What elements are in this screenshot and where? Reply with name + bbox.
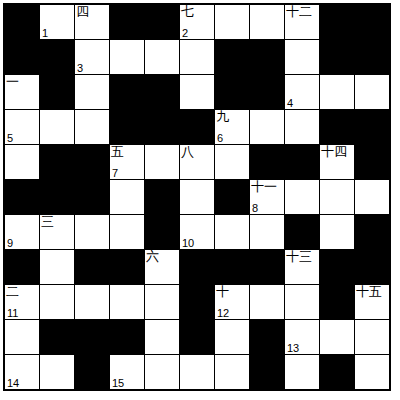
white-cell[interactable]: 15 (110, 355, 144, 389)
across-clue-number: 12 (217, 307, 229, 319)
black-cell (40, 40, 74, 74)
white-cell[interactable] (75, 110, 109, 144)
white-cell[interactable] (110, 285, 144, 319)
black-cell (145, 110, 179, 144)
black-cell (145, 215, 179, 249)
black-cell (145, 5, 179, 39)
white-cell[interactable] (285, 180, 319, 214)
white-cell[interactable] (110, 40, 144, 74)
white-cell[interactable] (215, 5, 249, 39)
down-clue-number: 十一 (251, 180, 277, 194)
across-clue-number: 10 (182, 237, 194, 249)
white-cell[interactable] (145, 40, 179, 74)
white-cell[interactable] (145, 320, 179, 354)
white-cell[interactable]: 六 (145, 250, 179, 284)
black-cell (110, 110, 144, 144)
white-cell[interactable] (40, 250, 74, 284)
black-cell (110, 75, 144, 109)
white-cell[interactable] (180, 180, 214, 214)
crossword-grid: 1四七2十二3一45九6五7八十四十一89三10六十三二11十12十五13141… (3, 3, 391, 391)
black-cell (110, 5, 144, 39)
black-cell (180, 110, 214, 144)
white-cell[interactable] (320, 215, 354, 249)
white-cell[interactable] (110, 215, 144, 249)
black-cell (75, 320, 109, 354)
black-cell (250, 40, 284, 74)
down-clue-number: 三 (41, 215, 54, 229)
black-cell (355, 40, 389, 74)
white-cell[interactable]: 十12 (215, 285, 249, 319)
down-clue-number: 六 (146, 250, 159, 264)
white-cell[interactable]: 14 (5, 355, 39, 389)
white-cell[interactable] (110, 180, 144, 214)
black-cell (250, 320, 284, 354)
white-cell[interactable] (5, 320, 39, 354)
white-cell[interactable] (320, 75, 354, 109)
black-cell (320, 40, 354, 74)
black-cell (40, 180, 74, 214)
black-cell (180, 320, 214, 354)
black-cell (40, 320, 74, 354)
white-cell[interactable] (250, 5, 284, 39)
down-clue-number: 九 (216, 110, 229, 124)
white-cell[interactable] (250, 110, 284, 144)
black-cell (320, 355, 354, 389)
white-cell[interactable] (75, 215, 109, 249)
white-cell[interactable] (250, 215, 284, 249)
down-clue-number: 十三 (286, 250, 312, 264)
black-cell (320, 5, 354, 39)
black-cell (285, 215, 319, 249)
across-clue-number: 9 (7, 237, 13, 249)
white-cell[interactable] (215, 145, 249, 179)
white-cell[interactable]: 十一8 (250, 180, 284, 214)
across-clue-number: 5 (7, 132, 13, 144)
across-clue-number: 15 (112, 377, 124, 389)
white-cell[interactable] (40, 285, 74, 319)
down-clue-number: 十 (216, 285, 229, 299)
white-cell[interactable]: 七2 (180, 5, 214, 39)
white-cell[interactable] (180, 75, 214, 109)
white-cell[interactable] (285, 355, 319, 389)
white-cell[interactable] (215, 215, 249, 249)
white-cell[interactable]: 9 (5, 215, 39, 249)
white-cell[interactable]: 3 (75, 40, 109, 74)
down-clue-number: 十四 (321, 145, 347, 159)
white-cell[interactable] (285, 285, 319, 319)
white-cell[interactable] (355, 180, 389, 214)
white-cell[interactable] (285, 110, 319, 144)
white-cell[interactable]: 二11 (5, 285, 39, 319)
white-cell[interactable] (75, 285, 109, 319)
across-clue-number: 13 (287, 342, 299, 354)
white-cell[interactable]: 1 (40, 5, 74, 39)
black-cell (75, 180, 109, 214)
black-cell (250, 145, 284, 179)
white-cell[interactable] (40, 110, 74, 144)
black-cell (180, 285, 214, 319)
black-cell (110, 250, 144, 284)
white-cell[interactable]: 八 (180, 145, 214, 179)
white-cell[interactable] (75, 75, 109, 109)
white-cell[interactable] (320, 180, 354, 214)
across-clue-number: 1 (42, 27, 48, 39)
white-cell[interactable] (320, 320, 354, 354)
white-cell[interactable] (145, 355, 179, 389)
black-cell (320, 250, 354, 284)
white-cell[interactable] (215, 320, 249, 354)
white-cell[interactable]: 九6 (215, 110, 249, 144)
down-clue-number: 一 (6, 75, 19, 89)
white-cell[interactable]: 三 (40, 215, 74, 249)
black-cell (215, 250, 249, 284)
white-cell[interactable] (355, 355, 389, 389)
black-cell (5, 180, 39, 214)
down-clue-number: 四 (76, 5, 89, 19)
white-cell[interactable] (5, 145, 39, 179)
black-cell (145, 180, 179, 214)
down-clue-number: 五 (111, 145, 124, 159)
white-cell[interactable] (40, 355, 74, 389)
down-clue-number: 十五 (356, 285, 382, 299)
across-clue-number: 14 (7, 377, 19, 389)
black-cell (250, 355, 284, 389)
black-cell (215, 75, 249, 109)
black-cell (355, 215, 389, 249)
across-clue-number: 8 (252, 202, 258, 214)
black-cell (75, 145, 109, 179)
black-cell (285, 145, 319, 179)
black-cell (320, 285, 354, 319)
white-cell[interactable] (355, 320, 389, 354)
black-cell (355, 145, 389, 179)
crossword-page: 1四七2十二3一45九6五7八十四十一89三10六十三二11十12十五13141… (0, 0, 400, 400)
white-cell[interactable]: 13 (285, 320, 319, 354)
white-cell[interactable] (285, 40, 319, 74)
black-cell (75, 250, 109, 284)
black-cell (5, 5, 39, 39)
white-cell[interactable]: 4 (285, 75, 319, 109)
black-cell (145, 75, 179, 109)
across-clue-number: 4 (287, 97, 293, 109)
across-clue-number: 11 (7, 307, 18, 319)
black-cell (40, 75, 74, 109)
white-cell[interactable] (145, 285, 179, 319)
black-cell (110, 320, 144, 354)
black-cell (5, 250, 39, 284)
across-clue-number: 2 (182, 27, 188, 39)
black-cell (215, 40, 249, 74)
down-clue-number: 八 (181, 145, 194, 159)
across-clue-number: 6 (217, 132, 223, 144)
white-cell[interactable]: 五7 (110, 145, 144, 179)
black-cell (355, 250, 389, 284)
black-cell (250, 250, 284, 284)
white-cell[interactable] (145, 145, 179, 179)
white-cell[interactable]: 10 (180, 215, 214, 249)
black-cell (180, 250, 214, 284)
down-clue-number: 十二 (286, 5, 312, 19)
white-cell[interactable]: 四 (75, 5, 109, 39)
white-cell[interactable] (180, 40, 214, 74)
black-cell (355, 110, 389, 144)
across-clue-number: 3 (77, 62, 83, 74)
black-cell (250, 75, 284, 109)
black-cell (75, 355, 109, 389)
white-cell[interactable] (180, 355, 214, 389)
black-cell (5, 40, 39, 74)
white-cell[interactable]: 十五 (355, 285, 389, 319)
black-cell (355, 5, 389, 39)
down-clue-number: 七 (181, 5, 194, 19)
white-cell[interactable]: 一 (5, 75, 39, 109)
down-clue-number: 二 (6, 285, 19, 299)
black-cell (215, 180, 249, 214)
white-cell[interactable]: 十三 (285, 250, 319, 284)
black-cell (40, 145, 74, 179)
white-cell[interactable]: 5 (5, 110, 39, 144)
white-cell[interactable] (250, 285, 284, 319)
black-cell (320, 110, 354, 144)
white-cell[interactable] (215, 355, 249, 389)
white-cell[interactable] (355, 75, 389, 109)
white-cell[interactable]: 十四 (320, 145, 354, 179)
white-cell[interactable]: 十二 (285, 5, 319, 39)
across-clue-number: 7 (112, 167, 118, 179)
